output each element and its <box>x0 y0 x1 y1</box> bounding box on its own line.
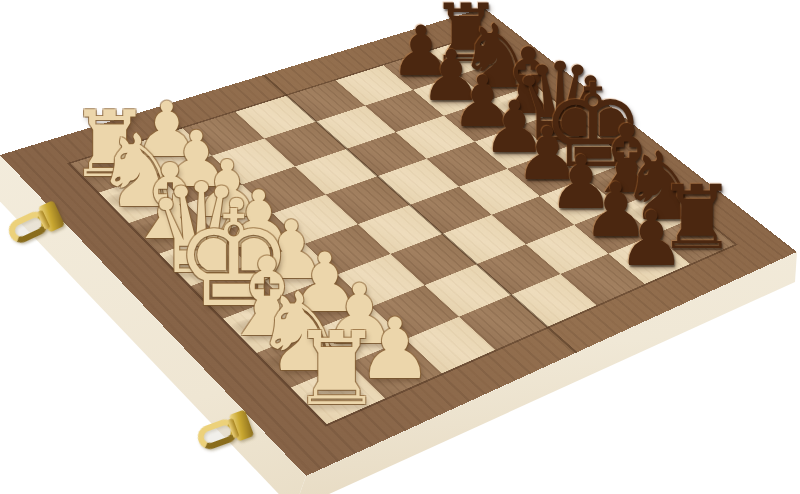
chess-board <box>0 8 797 476</box>
chess-set-photo: ♜♟♞♟♝♟♛♟♟♚♜♟♟♝♞♟♟♞♝♟♟♜♟♛♟♚♟♝♟♞♟♜ Open fo… <box>0 0 800 494</box>
